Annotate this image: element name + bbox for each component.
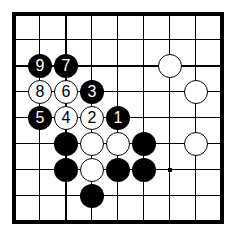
black-stone — [54, 132, 78, 156]
white-stone-move-2: 2 — [80, 106, 104, 130]
black-stone-move-1: 1 — [106, 106, 130, 130]
white-stone-move-6: 6 — [54, 80, 78, 104]
black-stone — [80, 184, 104, 208]
white-stone — [80, 158, 104, 182]
black-stone — [54, 158, 78, 182]
white-stone — [184, 132, 208, 156]
white-stone — [184, 80, 208, 104]
black-stone — [106, 158, 130, 182]
white-stone — [158, 54, 182, 78]
black-stone — [132, 132, 156, 156]
black-stone — [132, 158, 156, 182]
white-stone-move-4: 4 — [54, 106, 78, 130]
black-stone-move-5: 5 — [28, 106, 52, 130]
go-board-diagram: 978635421 — [0, 0, 236, 236]
white-stone-move-8: 8 — [28, 80, 52, 104]
white-stone — [106, 132, 130, 156]
black-stone-move-9: 9 — [28, 54, 52, 78]
stones-grid: 978635421 — [1, 1, 235, 235]
black-stone-move-3: 3 — [80, 80, 104, 104]
white-stone — [80, 132, 104, 156]
black-stone-move-7: 7 — [54, 54, 78, 78]
